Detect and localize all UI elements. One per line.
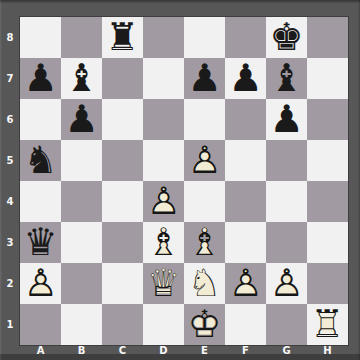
- black-knight[interactable]: ♞: [20, 140, 61, 181]
- rank-label-1: 1: [0, 304, 20, 345]
- white-rook[interactable]: ♜♖: [307, 304, 348, 345]
- black-rook[interactable]: ♜: [102, 17, 143, 58]
- rank-label-6: 6: [0, 99, 20, 140]
- black-pawn-glyph: ♟: [20, 58, 61, 99]
- square-f6[interactable]: [225, 99, 266, 140]
- square-c8[interactable]: ♜: [102, 17, 143, 58]
- white-pawn-outline: ♙: [225, 263, 266, 304]
- file-label-g: G: [266, 343, 307, 357]
- square-d1[interactable]: [143, 304, 184, 345]
- black-queen-glyph: ♛: [20, 222, 61, 263]
- white-pawn-outline: ♙: [20, 263, 61, 304]
- square-h3[interactable]: [307, 222, 348, 263]
- white-pawn[interactable]: ♟♙: [143, 181, 184, 222]
- white-pawn[interactable]: ♟♙: [184, 140, 225, 181]
- square-f7[interactable]: ♟: [225, 58, 266, 99]
- square-h6[interactable]: [307, 99, 348, 140]
- square-f4[interactable]: [225, 181, 266, 222]
- white-bishop[interactable]: ♝♗: [143, 222, 184, 263]
- black-pawn-glyph: ♟: [61, 99, 102, 140]
- square-b5[interactable]: [61, 140, 102, 181]
- square-b7[interactable]: ♝: [61, 58, 102, 99]
- white-queen[interactable]: ♛♕: [143, 263, 184, 304]
- white-rook-outline: ♖: [307, 304, 348, 345]
- black-pawn[interactable]: ♟: [20, 58, 61, 99]
- file-label-a: A: [20, 343, 61, 357]
- file-label-h: H: [307, 343, 348, 357]
- square-b1[interactable]: [61, 304, 102, 345]
- square-g6[interactable]: ♟: [266, 99, 307, 140]
- square-h4[interactable]: [307, 181, 348, 222]
- square-b8[interactable]: [61, 17, 102, 58]
- square-b4[interactable]: [61, 181, 102, 222]
- square-g8[interactable]: ♚: [266, 17, 307, 58]
- black-pawn[interactable]: ♟: [225, 58, 266, 99]
- square-d7[interactable]: [143, 58, 184, 99]
- black-bishop-glyph: ♝: [61, 58, 102, 99]
- white-knight-outline: ♘: [184, 263, 225, 304]
- chess-diagram: 8 7 6 5 4 3 2 1 ♜♚♟♝♟♟♝♟♟♞♟♙♟♙♛♝♗♝♗♟♙♛♕♞…: [0, 0, 360, 360]
- square-h8[interactable]: [307, 17, 348, 58]
- square-f5[interactable]: [225, 140, 266, 181]
- square-e7[interactable]: ♟: [184, 58, 225, 99]
- white-pawn[interactable]: ♟♙: [225, 263, 266, 304]
- square-a6[interactable]: [20, 99, 61, 140]
- file-labels: A B C D E F G H: [20, 343, 348, 357]
- square-c1[interactable]: [102, 304, 143, 345]
- square-h7[interactable]: [307, 58, 348, 99]
- black-rook-glyph: ♜: [102, 17, 143, 58]
- square-c5[interactable]: [102, 140, 143, 181]
- square-e6[interactable]: [184, 99, 225, 140]
- square-a2[interactable]: ♟♙: [20, 263, 61, 304]
- rank-label-2: 2: [0, 263, 20, 304]
- rank-label-8: 8: [0, 17, 20, 58]
- square-e2[interactable]: ♞♘: [184, 263, 225, 304]
- black-pawn[interactable]: ♟: [61, 99, 102, 140]
- rank-label-4: 4: [0, 181, 20, 222]
- white-king[interactable]: ♚♔: [184, 304, 225, 345]
- rank-label-3: 3: [0, 222, 20, 263]
- square-g4[interactable]: [266, 181, 307, 222]
- square-d3[interactable]: ♝♗: [143, 222, 184, 263]
- file-label-d: D: [143, 343, 184, 357]
- white-queen-outline: ♕: [143, 263, 184, 304]
- square-a5[interactable]: ♞: [20, 140, 61, 181]
- square-d8[interactable]: [143, 17, 184, 58]
- black-bishop[interactable]: ♝: [61, 58, 102, 99]
- square-h5[interactable]: [307, 140, 348, 181]
- black-bishop-glyph: ♝: [266, 58, 307, 99]
- square-d4[interactable]: ♟♙: [143, 181, 184, 222]
- white-bishop[interactable]: ♝♗: [184, 222, 225, 263]
- square-g3[interactable]: [266, 222, 307, 263]
- black-king-glyph: ♚: [266, 17, 307, 58]
- square-f1[interactable]: [225, 304, 266, 345]
- square-f3[interactable]: [225, 222, 266, 263]
- black-pawn-glyph: ♟: [225, 58, 266, 99]
- square-e3[interactable]: ♝♗: [184, 222, 225, 263]
- black-bishop[interactable]: ♝: [266, 58, 307, 99]
- white-bishop-outline: ♗: [184, 222, 225, 263]
- file-label-f: F: [225, 343, 266, 357]
- black-queen[interactable]: ♛: [20, 222, 61, 263]
- white-pawn-outline: ♙: [143, 181, 184, 222]
- square-g5[interactable]: [266, 140, 307, 181]
- chess-board: ♜♚♟♝♟♟♝♟♟♞♟♙♟♙♛♝♗♝♗♟♙♛♕♞♘♟♙♟♙♚♔♜♖: [20, 17, 348, 345]
- square-g7[interactable]: ♝: [266, 58, 307, 99]
- white-knight[interactable]: ♞♘: [184, 263, 225, 304]
- square-c3[interactable]: [102, 222, 143, 263]
- white-pawn[interactable]: ♟♙: [266, 263, 307, 304]
- square-e5[interactable]: ♟♙: [184, 140, 225, 181]
- square-a8[interactable]: [20, 17, 61, 58]
- white-king-outline: ♔: [184, 304, 225, 345]
- file-label-b: B: [61, 343, 102, 357]
- square-d6[interactable]: [143, 99, 184, 140]
- square-f8[interactable]: [225, 17, 266, 58]
- square-a1[interactable]: [20, 304, 61, 345]
- black-knight-glyph: ♞: [20, 140, 61, 181]
- black-pawn-glyph: ♟: [184, 58, 225, 99]
- square-b2[interactable]: [61, 263, 102, 304]
- square-b6[interactable]: ♟: [61, 99, 102, 140]
- square-c7[interactable]: [102, 58, 143, 99]
- rank-label-7: 7: [0, 58, 20, 99]
- square-d2[interactable]: ♛♕: [143, 263, 184, 304]
- black-pawn[interactable]: ♟: [184, 58, 225, 99]
- square-a7[interactable]: ♟: [20, 58, 61, 99]
- rank-label-5: 5: [0, 140, 20, 181]
- square-d5[interactable]: [143, 140, 184, 181]
- white-bishop-outline: ♗: [143, 222, 184, 263]
- square-b3[interactable]: [61, 222, 102, 263]
- file-label-c: C: [102, 343, 143, 357]
- square-c4[interactable]: [102, 181, 143, 222]
- file-label-e: E: [184, 343, 225, 357]
- rank-labels: 8 7 6 5 4 3 2 1: [0, 17, 20, 345]
- black-pawn-glyph: ♟: [266, 99, 307, 140]
- square-f2[interactable]: ♟♙: [225, 263, 266, 304]
- square-h1[interactable]: ♜♖: [307, 304, 348, 345]
- square-c6[interactable]: [102, 99, 143, 140]
- white-pawn-outline: ♙: [184, 140, 225, 181]
- square-a4[interactable]: [20, 181, 61, 222]
- square-g2[interactable]: ♟♙: [266, 263, 307, 304]
- square-e1[interactable]: ♚♔: [184, 304, 225, 345]
- black-pawn[interactable]: ♟: [266, 99, 307, 140]
- black-king[interactable]: ♚: [266, 17, 307, 58]
- square-e8[interactable]: [184, 17, 225, 58]
- square-h2[interactable]: [307, 263, 348, 304]
- square-g1[interactable]: [266, 304, 307, 345]
- square-e4[interactable]: [184, 181, 225, 222]
- white-pawn[interactable]: ♟♙: [20, 263, 61, 304]
- square-a3[interactable]: ♛: [20, 222, 61, 263]
- white-pawn-outline: ♙: [266, 263, 307, 304]
- square-c2[interactable]: [102, 263, 143, 304]
